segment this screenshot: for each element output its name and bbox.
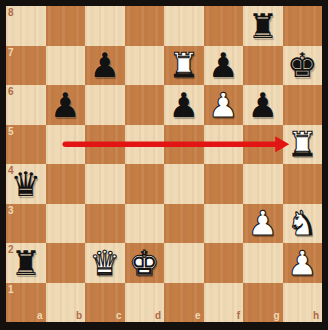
square-e2[interactable] bbox=[164, 243, 204, 283]
square-g6[interactable]: ♟ bbox=[243, 85, 283, 125]
square-c5[interactable] bbox=[85, 125, 125, 165]
square-c8[interactable] bbox=[85, 6, 125, 46]
square-d7[interactable] bbox=[125, 46, 165, 86]
square-b3[interactable] bbox=[46, 204, 86, 244]
file-label-h: h bbox=[313, 310, 319, 321]
square-b6[interactable]: ♟ bbox=[46, 85, 86, 125]
piece-black-pawn[interactable]: ♟ bbox=[208, 48, 238, 82]
piece-white-rook[interactable]: ♜ bbox=[169, 48, 199, 82]
square-f2[interactable] bbox=[204, 243, 244, 283]
piece-white-rook[interactable]: ♜ bbox=[287, 127, 317, 161]
square-b8[interactable] bbox=[46, 6, 86, 46]
rank-label-8: 8 bbox=[8, 7, 14, 18]
file-label-d: d bbox=[155, 310, 161, 321]
square-d2[interactable]: ♚ bbox=[125, 243, 165, 283]
piece-black-king[interactable]: ♚ bbox=[287, 48, 317, 82]
file-label-f: f bbox=[237, 310, 240, 321]
square-c4[interactable] bbox=[85, 164, 125, 204]
square-h4[interactable] bbox=[283, 164, 323, 204]
square-a2[interactable]: ♜2 bbox=[6, 243, 46, 283]
chess-board: 8♜7♟♜♟♚6♟♟♟♟5♜♛43♟♞♜2♛♚♟1abcdefgh bbox=[6, 6, 322, 322]
piece-black-rook[interactable]: ♜ bbox=[248, 9, 278, 43]
square-b4[interactable] bbox=[46, 164, 86, 204]
square-f3[interactable] bbox=[204, 204, 244, 244]
square-f4[interactable] bbox=[204, 164, 244, 204]
square-h5[interactable]: ♜ bbox=[283, 125, 323, 165]
piece-white-queen[interactable]: ♛ bbox=[90, 246, 120, 280]
square-a8[interactable]: 8 bbox=[6, 6, 46, 46]
square-d1[interactable]: d bbox=[125, 283, 165, 323]
square-g5[interactable] bbox=[243, 125, 283, 165]
square-c2[interactable]: ♛ bbox=[85, 243, 125, 283]
square-d8[interactable] bbox=[125, 6, 165, 46]
piece-black-rook[interactable]: ♜ bbox=[11, 246, 41, 280]
square-f5[interactable] bbox=[204, 125, 244, 165]
rank-label-6: 6 bbox=[8, 86, 14, 97]
square-g7[interactable] bbox=[243, 46, 283, 86]
square-b5[interactable] bbox=[46, 125, 86, 165]
piece-black-pawn[interactable]: ♟ bbox=[50, 88, 80, 122]
square-e3[interactable] bbox=[164, 204, 204, 244]
rank-label-7: 7 bbox=[8, 47, 14, 58]
square-e5[interactable] bbox=[164, 125, 204, 165]
square-a1[interactable]: 1a bbox=[6, 283, 46, 323]
chessboard-frame: 8♜7♟♜♟♚6♟♟♟♟5♜♛43♟♞♜2♛♚♟1abcdefgh bbox=[0, 0, 328, 330]
piece-white-king[interactable]: ♚ bbox=[129, 246, 159, 280]
file-label-c: c bbox=[116, 310, 122, 321]
square-a6[interactable]: 6 bbox=[6, 85, 46, 125]
file-label-a: a bbox=[37, 310, 43, 321]
square-c6[interactable] bbox=[85, 85, 125, 125]
square-f1[interactable]: f bbox=[204, 283, 244, 323]
piece-black-pawn[interactable]: ♟ bbox=[90, 48, 120, 82]
rank-label-1: 1 bbox=[8, 284, 14, 295]
square-f7[interactable]: ♟ bbox=[204, 46, 244, 86]
square-g4[interactable] bbox=[243, 164, 283, 204]
square-h3[interactable]: ♞ bbox=[283, 204, 323, 244]
square-e6[interactable]: ♟ bbox=[164, 85, 204, 125]
square-b1[interactable]: b bbox=[46, 283, 86, 323]
square-h7[interactable]: ♚ bbox=[283, 46, 323, 86]
square-e7[interactable]: ♜ bbox=[164, 46, 204, 86]
square-c7[interactable]: ♟ bbox=[85, 46, 125, 86]
square-c3[interactable] bbox=[85, 204, 125, 244]
square-e8[interactable] bbox=[164, 6, 204, 46]
square-f8[interactable] bbox=[204, 6, 244, 46]
square-h8[interactable] bbox=[283, 6, 323, 46]
piece-white-pawn[interactable]: ♟ bbox=[248, 206, 278, 240]
square-h1[interactable]: h bbox=[283, 283, 323, 323]
piece-black-queen[interactable]: ♛ bbox=[11, 167, 41, 201]
square-h6[interactable] bbox=[283, 85, 323, 125]
square-d3[interactable] bbox=[125, 204, 165, 244]
square-a4[interactable]: ♛4 bbox=[6, 164, 46, 204]
file-label-e: e bbox=[195, 310, 201, 321]
square-c1[interactable]: c bbox=[85, 283, 125, 323]
square-d5[interactable] bbox=[125, 125, 165, 165]
square-g2[interactable] bbox=[243, 243, 283, 283]
square-d6[interactable] bbox=[125, 85, 165, 125]
file-label-b: b bbox=[76, 310, 82, 321]
square-b2[interactable] bbox=[46, 243, 86, 283]
piece-white-pawn[interactable]: ♟ bbox=[287, 246, 317, 280]
square-a7[interactable]: 7 bbox=[6, 46, 46, 86]
square-a5[interactable]: 5 bbox=[6, 125, 46, 165]
square-g3[interactable]: ♟ bbox=[243, 204, 283, 244]
square-b7[interactable] bbox=[46, 46, 86, 86]
piece-black-pawn[interactable]: ♟ bbox=[169, 88, 199, 122]
piece-white-knight[interactable]: ♞ bbox=[287, 206, 317, 240]
square-e4[interactable] bbox=[164, 164, 204, 204]
square-f6[interactable]: ♟ bbox=[204, 85, 244, 125]
piece-black-pawn[interactable]: ♟ bbox=[248, 88, 278, 122]
square-g8[interactable]: ♜ bbox=[243, 6, 283, 46]
rank-label-3: 3 bbox=[8, 205, 14, 216]
rank-label-5: 5 bbox=[8, 126, 14, 137]
piece-white-pawn[interactable]: ♟ bbox=[208, 88, 238, 122]
square-e1[interactable]: e bbox=[164, 283, 204, 323]
square-h2[interactable]: ♟ bbox=[283, 243, 323, 283]
square-d4[interactable] bbox=[125, 164, 165, 204]
square-g1[interactable]: g bbox=[243, 283, 283, 323]
file-label-g: g bbox=[273, 310, 279, 321]
square-a3[interactable]: 3 bbox=[6, 204, 46, 244]
